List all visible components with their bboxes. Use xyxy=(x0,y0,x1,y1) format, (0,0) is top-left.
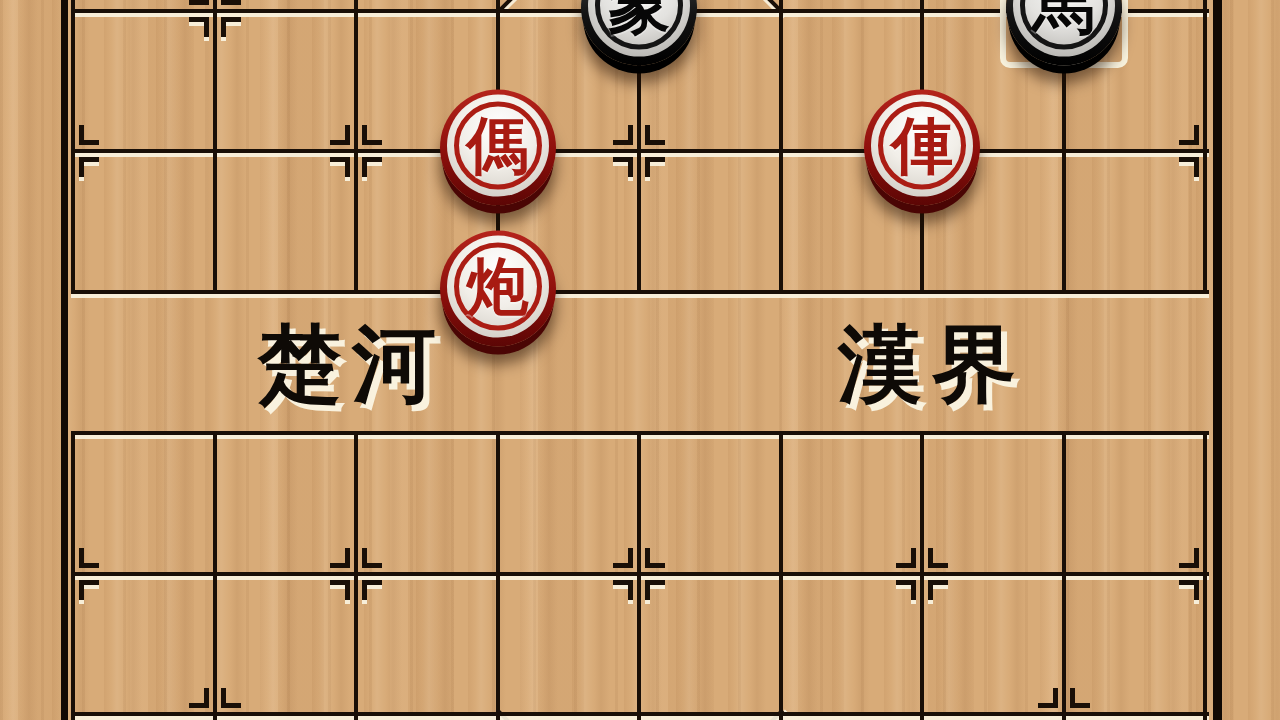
position-marker xyxy=(204,0,209,5)
piece-face: 象 xyxy=(588,0,690,57)
position-marker xyxy=(1070,688,1075,708)
file-line xyxy=(71,0,75,294)
position-marker xyxy=(1194,580,1199,600)
position-marker xyxy=(204,688,209,708)
position-marker xyxy=(911,548,916,568)
position-marker xyxy=(911,580,916,600)
piece-face: 俥 xyxy=(871,94,973,196)
xiangqi-board[interactable]: 楚河 漢界 象馬傌俥炮 xyxy=(0,0,1280,720)
piece-face: 傌 xyxy=(447,94,549,196)
position-marker xyxy=(221,0,226,5)
river-label-right: 漢界 xyxy=(838,320,1026,408)
position-marker xyxy=(79,580,84,600)
position-marker xyxy=(628,548,633,568)
file-line xyxy=(779,0,783,294)
piece-red-chariot[interactable]: 俥 xyxy=(864,89,980,205)
position-marker xyxy=(79,548,84,568)
river-label-left: 楚河 xyxy=(258,320,446,408)
piece-face: 炮 xyxy=(447,235,549,337)
board-border-right xyxy=(1213,0,1222,720)
file-line xyxy=(779,431,783,720)
position-marker xyxy=(345,580,350,600)
position-marker xyxy=(1194,125,1199,145)
position-marker xyxy=(362,125,367,145)
position-marker xyxy=(362,157,367,177)
file-line xyxy=(496,431,500,720)
piece-red-cannon[interactable]: 炮 xyxy=(440,230,556,346)
position-marker xyxy=(645,157,650,177)
position-marker xyxy=(345,125,350,145)
position-marker xyxy=(221,17,226,37)
position-marker xyxy=(628,157,633,177)
position-marker xyxy=(645,548,650,568)
position-marker xyxy=(1194,548,1199,568)
piece-face: 馬 xyxy=(1013,0,1115,57)
piece-glyph: 象 xyxy=(588,0,690,57)
piece-black-elephant[interactable]: 象 xyxy=(581,0,697,66)
file-line xyxy=(1062,431,1066,720)
board-border-left xyxy=(61,0,68,720)
position-marker xyxy=(79,125,84,145)
file-line xyxy=(213,0,217,294)
piece-glyph: 炮 xyxy=(447,235,549,337)
position-marker xyxy=(628,580,633,600)
position-marker xyxy=(1053,688,1058,708)
piece-glyph: 傌 xyxy=(447,94,549,196)
file-line xyxy=(354,431,358,720)
file-line xyxy=(920,431,924,720)
position-marker xyxy=(628,125,633,145)
position-marker xyxy=(1194,157,1199,177)
piece-black-horse[interactable]: 馬 xyxy=(1006,0,1122,66)
file-line xyxy=(71,431,75,720)
position-marker xyxy=(362,580,367,600)
file-line xyxy=(354,0,358,294)
piece-glyph: 俥 xyxy=(871,94,973,196)
piece-red-horse[interactable]: 傌 xyxy=(440,89,556,205)
position-marker xyxy=(645,125,650,145)
file-line xyxy=(1203,431,1207,720)
position-marker xyxy=(928,548,933,568)
position-marker xyxy=(204,17,209,37)
position-marker xyxy=(645,580,650,600)
piece-glyph: 馬 xyxy=(1013,0,1115,57)
file-line xyxy=(637,431,641,720)
position-marker xyxy=(345,548,350,568)
position-marker xyxy=(362,548,367,568)
position-marker xyxy=(79,157,84,177)
file-line xyxy=(213,431,217,720)
file-line xyxy=(1203,0,1207,294)
position-marker xyxy=(345,157,350,177)
position-marker xyxy=(928,580,933,600)
position-marker xyxy=(221,688,226,708)
